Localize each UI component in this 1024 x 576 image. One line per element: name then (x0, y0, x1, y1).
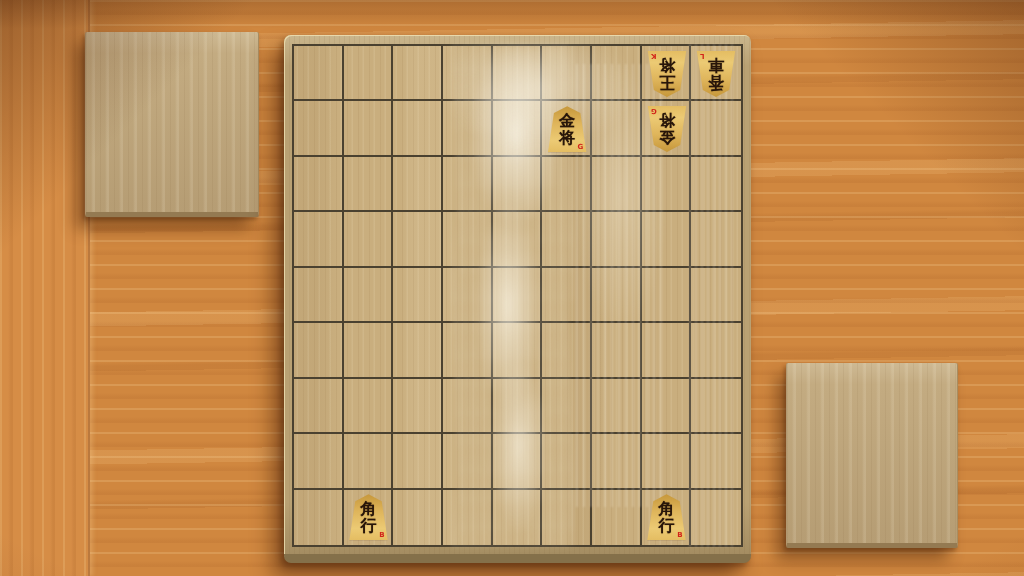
piece-gote-gold[interactable]: 金将G (647, 106, 687, 152)
piece-gote-king[interactable]: 王将K (647, 51, 687, 97)
piece-kanji: 香車 (696, 56, 736, 90)
piece-stamp-initial: L (700, 52, 704, 59)
table-plank-seam (0, 0, 90, 576)
komadai-top-left (85, 32, 259, 217)
piece-sente-bishop[interactable]: 角行B (647, 494, 687, 540)
piece-stamp-initial: B (677, 532, 682, 539)
komadai-bottom-right (786, 363, 958, 548)
piece-sente-bishop[interactable]: 角行B (349, 494, 389, 540)
piece-kanji: 王将 (647, 56, 687, 90)
piece-sente-gold[interactable]: 金将G (547, 106, 587, 152)
piece-kanji: 角行 (647, 501, 687, 535)
shogi-board: 王将K香車L金将G金将G角行B角行B (284, 35, 751, 563)
piece-stamp-initial: K (651, 52, 656, 59)
piece-gote-lance[interactable]: 香車L (696, 51, 736, 97)
table-surface: 王将K香車L金将G金将G角行B角行B (0, 0, 1024, 576)
board-surface: 王将K香車L金将G金将G角行B角行B (292, 44, 743, 547)
screenshot-root: { "game": "shogi", "scene": "overhead vi… (0, 0, 1024, 576)
piece-kanji: 金将 (547, 113, 587, 147)
piece-stamp-initial: G (651, 107, 657, 114)
piece-stamp-initial: G (577, 144, 583, 151)
piece-kanji: 金将 (647, 112, 687, 146)
piece-layer: 王将K香車L金将G金将G角行B角行B (292, 44, 743, 547)
piece-stamp-initial: B (379, 532, 384, 539)
piece-kanji: 角行 (349, 501, 389, 535)
